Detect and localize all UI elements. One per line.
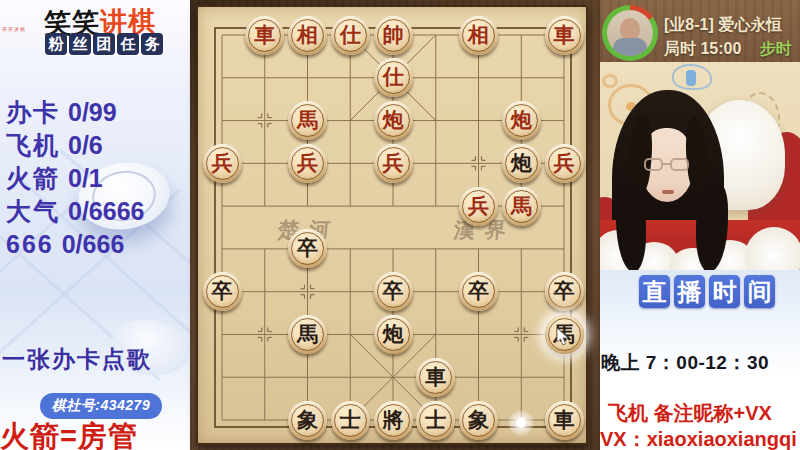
red-piece-兵[interactable]: 兵 xyxy=(203,144,242,183)
task-label: 办卡 xyxy=(6,96,60,129)
red-piece-兵[interactable]: 兵 xyxy=(288,144,327,183)
red-piece-馬[interactable]: 馬 xyxy=(502,187,541,226)
live-time-char-button[interactable]: 播 xyxy=(674,275,705,308)
red-piece-兵[interactable]: 兵 xyxy=(459,187,498,226)
task-progress: 0/6666 xyxy=(68,197,144,226)
fanclub-char-box: 任 xyxy=(117,33,139,55)
live-time-title: 直播时间 xyxy=(639,275,775,308)
task-row: 办卡0/99 xyxy=(6,96,188,129)
left-sidebar: 笑笑讲棋 笑笑讲棋 粉丝团任务 办卡0/99飞机0/6火箭0/1大气0/6666… xyxy=(0,0,190,450)
fanclub-char-box: 粉 xyxy=(45,33,67,55)
rocket-admin-line: 火箭=房管 xyxy=(0,417,170,450)
task-progress: 0/1 xyxy=(68,164,103,193)
red-piece-炮[interactable]: 炮 xyxy=(502,101,541,140)
fanclub-char-box: 团 xyxy=(93,33,115,55)
opponent-name: [业8-1] 爱心永恒 xyxy=(664,15,782,36)
fanclub-char-box: 务 xyxy=(141,33,163,55)
black-piece-卒[interactable]: 卒 xyxy=(459,272,498,311)
red-piece-帥[interactable]: 帥 xyxy=(374,16,413,55)
fan-task-list: 办卡0/99飞机0/6火箭0/1大气0/66666660/666 xyxy=(6,96,188,261)
black-piece-炮[interactable]: 炮 xyxy=(502,144,541,183)
game-time-value: 15:00 xyxy=(700,40,741,57)
move-time-label: 步时 xyxy=(760,40,792,57)
black-piece-卒[interactable]: 卒 xyxy=(203,272,242,311)
black-piece-炮[interactable]: 炮 xyxy=(374,315,413,354)
red-piece-相[interactable]: 相 xyxy=(459,16,498,55)
live-time-char-button[interactable]: 直 xyxy=(639,275,670,308)
club-id-badge: 棋社号:434279 xyxy=(40,393,162,419)
task-progress: 0/99 xyxy=(68,98,117,127)
task-progress: 0/6 xyxy=(68,131,103,160)
live-time-char-button[interactable]: 时 xyxy=(709,275,740,308)
red-piece-仕[interactable]: 仕 xyxy=(374,58,413,97)
mouse-cursor-icon xyxy=(556,328,571,346)
right-panel: [业8-1] 爱心永恒 局时 15:00 步时 Disney xyxy=(600,0,800,450)
red-piece-車[interactable]: 車 xyxy=(245,16,284,55)
stream-info-panel: 直播时间 晚上 7：00-12：30 飞机 备注昵称+VX VX：xiaoxia… xyxy=(600,270,800,450)
task-progress: 0/666 xyxy=(62,230,125,259)
red-piece-仕[interactable]: 仕 xyxy=(331,16,370,55)
opponent-timers: 局时 15:00 步时 xyxy=(664,39,792,60)
streamer-mouth xyxy=(662,190,674,194)
task-label: 666 xyxy=(6,230,54,259)
red-piece-兵[interactable]: 兵 xyxy=(545,144,584,183)
task-label: 飞机 xyxy=(6,129,60,162)
streamer-glasses xyxy=(644,158,692,172)
red-piece-兵[interactable]: 兵 xyxy=(374,144,413,183)
fanclub-char-box: 丝 xyxy=(69,33,91,55)
black-piece-將[interactable]: 將 xyxy=(374,401,413,440)
sidebar-watermark: 笑笑讲棋 xyxy=(2,26,26,32)
song-request-line: 一张办卡点歌 xyxy=(2,344,188,375)
bear-ear-doodle-icon xyxy=(602,74,618,88)
task-row: 大气0/6666 xyxy=(6,195,188,228)
live-time-char-button[interactable]: 间 xyxy=(744,275,775,308)
red-piece-炮[interactable]: 炮 xyxy=(374,101,413,140)
black-piece-馬[interactable]: 馬 xyxy=(288,315,327,354)
butterfly-body-doodle-icon xyxy=(686,70,696,86)
streamer-hair-left xyxy=(616,182,646,270)
black-piece-象[interactable]: 象 xyxy=(459,401,498,440)
board-area: 楚河 漢界 車相仕帥相車仕馬炮炮兵兵兵炮兵兵馬卒卒卒卒卒馬炮馬車象士將士象車 xyxy=(190,0,600,450)
red-piece-馬[interactable]: 馬 xyxy=(288,101,327,140)
game-time-label: 局时 xyxy=(664,40,696,57)
opponent-avatar-photo xyxy=(607,10,653,56)
black-piece-卒[interactable]: 卒 xyxy=(545,272,584,311)
black-piece-士[interactable]: 士 xyxy=(331,401,370,440)
task-row: 6660/666 xyxy=(6,228,188,261)
opponent-info-bar: [业8-1] 爱心永恒 局时 15:00 步时 xyxy=(600,0,800,62)
opponent-avatar[interactable] xyxy=(602,5,658,61)
schedule-text: 晚上 7：00-12：30 xyxy=(601,350,799,376)
stream-screen: 笑笑讲棋 笑笑讲棋 粉丝团任务 办卡0/99飞机0/6火箭0/1大气0/6666… xyxy=(0,0,800,450)
contact-line-1: 飞机 备注昵称+VX xyxy=(608,400,772,427)
red-piece-車[interactable]: 車 xyxy=(545,16,584,55)
black-piece-象[interactable]: 象 xyxy=(288,401,327,440)
task-label: 大气 xyxy=(6,195,60,228)
red-piece-相[interactable]: 相 xyxy=(288,16,327,55)
task-row: 火箭0/1 xyxy=(6,162,188,195)
black-piece-車[interactable]: 車 xyxy=(416,358,455,397)
contact-line-2: VX：xiaoxiaoxiangqi xyxy=(600,426,797,450)
task-row: 飞机0/6 xyxy=(6,129,188,162)
black-piece-車[interactable]: 車 xyxy=(545,401,584,440)
black-piece-士[interactable]: 士 xyxy=(416,401,455,440)
black-piece-卒[interactable]: 卒 xyxy=(374,272,413,311)
fanclub-task-banner: 粉丝团任务 xyxy=(45,33,163,55)
webcam-view: Disney xyxy=(600,62,800,270)
task-label: 火箭 xyxy=(6,162,60,195)
